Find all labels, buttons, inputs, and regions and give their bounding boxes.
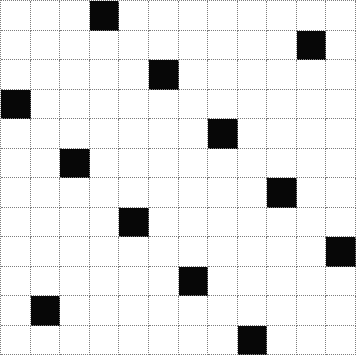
white-cell[interactable]	[90, 267, 120, 297]
white-cell[interactable]	[31, 31, 61, 61]
white-cell[interactable]	[119, 60, 149, 90]
white-cell[interactable]	[60, 60, 90, 90]
white-cell[interactable]	[1, 237, 31, 267]
white-cell[interactable]	[297, 90, 327, 120]
white-cell[interactable]	[31, 267, 61, 297]
white-cell[interactable]	[90, 31, 120, 61]
white-cell[interactable]	[1, 326, 31, 355]
white-cell[interactable]	[60, 326, 90, 355]
white-cell[interactable]	[1, 178, 31, 208]
white-cell[interactable]	[1, 60, 31, 90]
white-cell[interactable]	[1, 296, 31, 326]
white-cell[interactable]	[60, 208, 90, 238]
white-cell[interactable]	[119, 267, 149, 297]
white-cell[interactable]	[119, 296, 149, 326]
black-cell	[179, 267, 209, 297]
white-cell[interactable]	[60, 119, 90, 149]
white-cell[interactable]	[267, 237, 297, 267]
white-cell[interactable]	[31, 1, 61, 31]
white-cell[interactable]	[149, 119, 179, 149]
white-cell[interactable]	[267, 296, 297, 326]
white-cell[interactable]	[90, 90, 120, 120]
white-cell[interactable]	[119, 237, 149, 267]
white-cell[interactable]	[90, 326, 120, 355]
white-cell[interactable]	[119, 1, 149, 31]
white-cell[interactable]	[326, 208, 356, 238]
black-cell	[1, 90, 31, 120]
white-cell[interactable]	[297, 149, 327, 179]
white-cell[interactable]	[1, 149, 31, 179]
white-cell[interactable]	[31, 60, 61, 90]
white-cell[interactable]	[1, 267, 31, 297]
white-cell[interactable]	[326, 267, 356, 297]
white-cell[interactable]	[267, 149, 297, 179]
white-cell[interactable]	[267, 60, 297, 90]
black-cell	[149, 60, 179, 90]
black-cell	[267, 178, 297, 208]
white-cell[interactable]	[1, 31, 31, 61]
white-cell[interactable]	[179, 326, 209, 355]
white-cell[interactable]	[238, 267, 268, 297]
white-cell[interactable]	[326, 31, 356, 61]
white-cell[interactable]	[238, 60, 268, 90]
white-cell[interactable]	[267, 90, 297, 120]
white-cell[interactable]	[326, 1, 356, 31]
white-cell[interactable]	[149, 31, 179, 61]
white-cell[interactable]	[297, 119, 327, 149]
white-cell[interactable]	[179, 1, 209, 31]
white-cell[interactable]	[238, 90, 268, 120]
white-cell[interactable]	[267, 208, 297, 238]
white-cell[interactable]	[90, 237, 120, 267]
white-cell[interactable]	[297, 178, 327, 208]
white-cell[interactable]	[31, 119, 61, 149]
white-cell[interactable]	[90, 149, 120, 179]
white-cell[interactable]	[208, 90, 238, 120]
white-cell[interactable]	[119, 31, 149, 61]
white-cell[interactable]	[60, 1, 90, 31]
white-cell[interactable]	[208, 178, 238, 208]
white-cell[interactable]	[90, 60, 120, 90]
white-cell[interactable]	[297, 296, 327, 326]
black-cell	[119, 208, 149, 238]
white-cell[interactable]	[149, 296, 179, 326]
white-cell[interactable]	[297, 326, 327, 355]
white-cell[interactable]	[267, 119, 297, 149]
white-cell[interactable]	[149, 208, 179, 238]
white-cell[interactable]	[326, 119, 356, 149]
white-cell[interactable]	[149, 1, 179, 31]
white-cell[interactable]	[179, 178, 209, 208]
black-cell	[90, 1, 120, 31]
white-cell[interactable]	[179, 119, 209, 149]
black-cell	[297, 31, 327, 61]
white-cell[interactable]	[31, 178, 61, 208]
white-cell[interactable]	[297, 1, 327, 31]
white-cell[interactable]	[90, 296, 120, 326]
white-cell[interactable]	[297, 208, 327, 238]
white-cell[interactable]	[179, 90, 209, 120]
white-cell[interactable]	[208, 267, 238, 297]
white-cell[interactable]	[31, 326, 61, 355]
white-cell[interactable]	[208, 208, 238, 238]
puzzle-board	[0, 0, 356, 355]
white-cell[interactable]	[149, 149, 179, 179]
white-cell[interactable]	[238, 119, 268, 149]
white-cell[interactable]	[238, 149, 268, 179]
white-cell[interactable]	[90, 208, 120, 238]
white-cell[interactable]	[238, 31, 268, 61]
white-cell[interactable]	[326, 178, 356, 208]
black-cell	[31, 296, 61, 326]
white-cell[interactable]	[326, 90, 356, 120]
black-cell	[326, 237, 356, 267]
white-cell[interactable]	[238, 208, 268, 238]
white-cell[interactable]	[119, 119, 149, 149]
white-cell[interactable]	[60, 237, 90, 267]
white-cell[interactable]	[208, 60, 238, 90]
white-cell[interactable]	[149, 178, 179, 208]
white-cell[interactable]	[90, 178, 120, 208]
white-cell[interactable]	[208, 31, 238, 61]
black-cell	[208, 119, 238, 149]
white-cell[interactable]	[149, 90, 179, 120]
white-cell[interactable]	[297, 237, 327, 267]
white-cell[interactable]	[90, 119, 120, 149]
white-cell[interactable]	[119, 149, 149, 179]
white-cell[interactable]	[60, 178, 90, 208]
white-cell[interactable]	[31, 237, 61, 267]
white-cell[interactable]	[267, 326, 297, 355]
white-cell[interactable]	[179, 31, 209, 61]
white-cell[interactable]	[208, 296, 238, 326]
white-cell[interactable]	[119, 90, 149, 120]
white-cell[interactable]	[149, 326, 179, 355]
white-cell[interactable]	[149, 267, 179, 297]
white-cell[interactable]	[119, 326, 149, 355]
white-cell[interactable]	[326, 149, 356, 179]
white-cell[interactable]	[238, 237, 268, 267]
white-cell[interactable]	[238, 178, 268, 208]
white-cell[interactable]	[1, 119, 31, 149]
white-cell[interactable]	[208, 149, 238, 179]
white-cell[interactable]	[31, 208, 61, 238]
white-cell[interactable]	[208, 326, 238, 355]
white-cell[interactable]	[60, 267, 90, 297]
white-cell[interactable]	[179, 60, 209, 90]
white-cell[interactable]	[1, 208, 31, 238]
white-cell[interactable]	[208, 237, 238, 267]
white-cell[interactable]	[60, 296, 90, 326]
black-cell	[238, 326, 268, 355]
white-cell[interactable]	[267, 267, 297, 297]
white-cell[interactable]	[238, 1, 268, 31]
white-cell[interactable]	[31, 149, 61, 179]
white-cell[interactable]	[119, 178, 149, 208]
white-cell[interactable]	[179, 149, 209, 179]
white-cell[interactable]	[149, 237, 179, 267]
white-cell[interactable]	[60, 31, 90, 61]
white-cell[interactable]	[297, 60, 327, 90]
white-cell[interactable]	[179, 208, 209, 238]
white-cell[interactable]	[208, 1, 238, 31]
white-cell[interactable]	[60, 90, 90, 120]
white-cell[interactable]	[238, 296, 268, 326]
white-cell[interactable]	[31, 90, 61, 120]
white-cell[interactable]	[1, 1, 31, 31]
white-cell[interactable]	[326, 60, 356, 90]
white-cell[interactable]	[267, 1, 297, 31]
white-cell[interactable]	[326, 326, 356, 355]
black-cell	[60, 149, 90, 179]
white-cell[interactable]	[297, 267, 327, 297]
white-cell[interactable]	[267, 31, 297, 61]
white-cell[interactable]	[179, 237, 209, 267]
white-cell[interactable]	[326, 296, 356, 326]
white-cell[interactable]	[179, 296, 209, 326]
